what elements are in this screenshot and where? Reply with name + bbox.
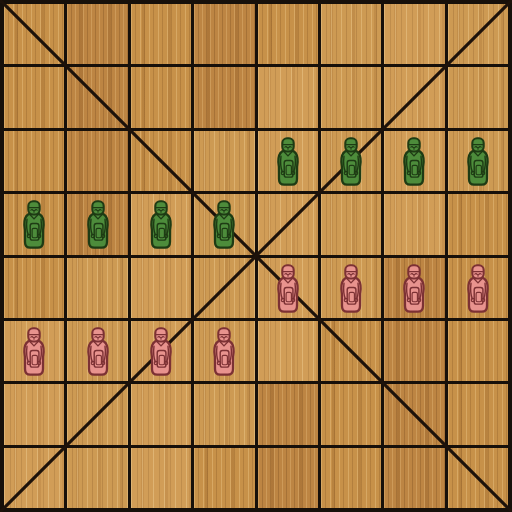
cell-e3[interactable] xyxy=(258,321,318,381)
cell-g6[interactable] xyxy=(384,131,444,191)
cell-h4[interactable] xyxy=(448,258,508,318)
cell-e7[interactable] xyxy=(258,67,318,127)
cell-d6[interactable] xyxy=(194,131,254,191)
cell-h5[interactable] xyxy=(448,194,508,254)
cell-c7[interactable] xyxy=(131,67,191,127)
cell-f6[interactable] xyxy=(321,131,381,191)
cell-b6[interactable] xyxy=(67,131,127,191)
pink-pawn-piece-g4[interactable] xyxy=(396,262,432,316)
cell-g8[interactable] xyxy=(384,4,444,64)
cell-h8[interactable] xyxy=(448,4,508,64)
cell-g1[interactable] xyxy=(384,448,444,508)
cell-a1[interactable] xyxy=(4,448,64,508)
cell-d7[interactable] xyxy=(194,67,254,127)
green-pawn-piece-a5[interactable] xyxy=(16,198,52,252)
cell-b7[interactable] xyxy=(67,67,127,127)
cell-f7[interactable] xyxy=(321,67,381,127)
green-pawn-piece-h6[interactable] xyxy=(460,135,496,189)
cell-d1[interactable] xyxy=(194,448,254,508)
cell-h6[interactable] xyxy=(448,131,508,191)
pink-pawn-piece-h4[interactable] xyxy=(460,262,496,316)
cell-a2[interactable] xyxy=(4,384,64,444)
cell-b3[interactable] xyxy=(67,321,127,381)
sittuyin-board xyxy=(0,0,512,512)
cell-a8[interactable] xyxy=(4,4,64,64)
cell-h1[interactable] xyxy=(448,448,508,508)
cell-d3[interactable] xyxy=(194,321,254,381)
cell-e8[interactable] xyxy=(258,4,318,64)
green-pawn-piece-f6[interactable] xyxy=(333,135,369,189)
cell-b2[interactable] xyxy=(67,384,127,444)
cell-f8[interactable] xyxy=(321,4,381,64)
cell-a6[interactable] xyxy=(4,131,64,191)
green-pawn-piece-b5[interactable] xyxy=(80,198,116,252)
board-grid xyxy=(0,0,512,512)
green-pawn-piece-e6[interactable] xyxy=(270,135,306,189)
cell-c3[interactable] xyxy=(131,321,191,381)
cell-b1[interactable] xyxy=(67,448,127,508)
cell-f3[interactable] xyxy=(321,321,381,381)
cell-b8[interactable] xyxy=(67,4,127,64)
cell-f4[interactable] xyxy=(321,258,381,318)
cell-f1[interactable] xyxy=(321,448,381,508)
cell-b5[interactable] xyxy=(67,194,127,254)
green-pawn-piece-g6[interactable] xyxy=(396,135,432,189)
cell-h7[interactable] xyxy=(448,67,508,127)
cell-h2[interactable] xyxy=(448,384,508,444)
cell-a4[interactable] xyxy=(4,258,64,318)
cell-g7[interactable] xyxy=(384,67,444,127)
cell-a5[interactable] xyxy=(4,194,64,254)
cell-d4[interactable] xyxy=(194,258,254,318)
pink-pawn-piece-e4[interactable] xyxy=(270,262,306,316)
green-pawn-piece-d5[interactable] xyxy=(206,198,242,252)
pink-pawn-piece-d3[interactable] xyxy=(206,325,242,379)
cell-d2[interactable] xyxy=(194,384,254,444)
pink-pawn-piece-b3[interactable] xyxy=(80,325,116,379)
pink-pawn-piece-a3[interactable] xyxy=(16,325,52,379)
cell-e5[interactable] xyxy=(258,194,318,254)
cell-g3[interactable] xyxy=(384,321,444,381)
green-pawn-piece-c5[interactable] xyxy=(143,198,179,252)
pink-pawn-piece-c3[interactable] xyxy=(143,325,179,379)
cell-d5[interactable] xyxy=(194,194,254,254)
cell-b4[interactable] xyxy=(67,258,127,318)
cell-f2[interactable] xyxy=(321,384,381,444)
cell-c2[interactable] xyxy=(131,384,191,444)
pink-pawn-piece-f4[interactable] xyxy=(333,262,369,316)
cell-e1[interactable] xyxy=(258,448,318,508)
cell-f5[interactable] xyxy=(321,194,381,254)
cell-a3[interactable] xyxy=(4,321,64,381)
cell-g4[interactable] xyxy=(384,258,444,318)
cell-e4[interactable] xyxy=(258,258,318,318)
cell-a7[interactable] xyxy=(4,67,64,127)
cell-c6[interactable] xyxy=(131,131,191,191)
cell-e6[interactable] xyxy=(258,131,318,191)
cell-c8[interactable] xyxy=(131,4,191,64)
cell-c5[interactable] xyxy=(131,194,191,254)
cell-g2[interactable] xyxy=(384,384,444,444)
cell-c4[interactable] xyxy=(131,258,191,318)
cell-c1[interactable] xyxy=(131,448,191,508)
cell-g5[interactable] xyxy=(384,194,444,254)
cell-d8[interactable] xyxy=(194,4,254,64)
cell-e2[interactable] xyxy=(258,384,318,444)
cell-h3[interactable] xyxy=(448,321,508,381)
